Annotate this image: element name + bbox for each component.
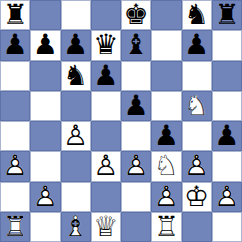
- white-pawn[interactable]: ♟♙: [61, 121, 91, 151]
- white-king[interactable]: ♚♔: [182, 182, 212, 212]
- white-queen[interactable]: ♛♕: [91, 212, 121, 242]
- black-pawn-glyph: ♟: [121, 91, 151, 121]
- square-f8[interactable]: [151, 0, 181, 30]
- black-pawn[interactable]: ♟: [61, 30, 91, 60]
- square-e3[interactable]: ♟♙: [121, 151, 151, 181]
- square-g1[interactable]: [182, 212, 212, 242]
- white-pawn[interactable]: ♟♙: [121, 151, 151, 181]
- white-rook-outline-layer: ♖: [0, 212, 30, 242]
- white-pawn-outline-layer: ♙: [121, 151, 151, 181]
- square-g3[interactable]: ♟♙: [182, 151, 212, 181]
- white-knight[interactable]: ♞♘: [182, 91, 212, 121]
- black-pawn-glyph: ♟: [151, 121, 181, 151]
- white-pawn[interactable]: ♟♙: [30, 182, 60, 212]
- white-knight-outline-layer: ♘: [182, 91, 212, 121]
- square-g4[interactable]: [182, 121, 212, 151]
- square-f6[interactable]: [151, 61, 181, 91]
- square-e2[interactable]: [121, 182, 151, 212]
- white-pawn[interactable]: ♟♙: [182, 151, 212, 181]
- square-h1[interactable]: [212, 212, 242, 242]
- white-pawn[interactable]: ♟♙: [91, 151, 121, 181]
- square-h5[interactable]: [212, 91, 242, 121]
- square-e5[interactable]: ♟: [121, 91, 151, 121]
- square-f2[interactable]: ♟♙: [151, 182, 181, 212]
- square-f1[interactable]: ♜♖: [151, 212, 181, 242]
- square-b6[interactable]: [30, 61, 60, 91]
- square-d7[interactable]: ♛: [91, 30, 121, 60]
- black-pawn[interactable]: ♟: [151, 121, 181, 151]
- black-rook[interactable]: ♜: [0, 0, 30, 30]
- black-pawn[interactable]: ♟: [91, 61, 121, 91]
- white-pawn-outline-layer: ♙: [212, 182, 242, 212]
- square-b4[interactable]: [30, 121, 60, 151]
- square-c1[interactable]: ♝♗: [61, 212, 91, 242]
- square-a2[interactable]: [0, 182, 30, 212]
- white-pawn-outline-layer: ♙: [91, 151, 121, 181]
- square-a1[interactable]: ♜♖: [0, 212, 30, 242]
- black-knight-glyph: ♞: [182, 0, 212, 30]
- black-knight-glyph: ♞: [61, 61, 91, 91]
- white-knight[interactable]: ♞♘: [151, 151, 181, 181]
- square-g7[interactable]: ♟: [182, 30, 212, 60]
- square-e4[interactable]: [121, 121, 151, 151]
- white-pawn-outline-layer: ♙: [182, 151, 212, 181]
- square-c7[interactable]: ♟: [61, 30, 91, 60]
- square-g8[interactable]: ♞: [182, 0, 212, 30]
- square-a3[interactable]: ♟♙: [0, 151, 30, 181]
- square-h8[interactable]: ♜: [212, 0, 242, 30]
- black-pawn-glyph: ♟: [182, 30, 212, 60]
- white-rook[interactable]: ♜♖: [151, 212, 181, 242]
- black-queen-glyph: ♛: [91, 30, 121, 60]
- square-h2[interactable]: ♟♙: [212, 182, 242, 212]
- white-pawn-outline-layer: ♙: [0, 151, 30, 181]
- chess-board: ♜♚♞♜♟♟♟♛♝♟♞♟♟♞♘♟♙♟♟♟♙♟♙♟♙♞♘♟♙♟♙♟♙♚♔♟♙♜♖♝…: [0, 0, 242, 242]
- white-pawn-outline-layer: ♙: [61, 121, 91, 151]
- black-pawn-glyph: ♟: [212, 121, 242, 151]
- black-bishop[interactable]: ♝: [121, 30, 151, 60]
- black-pawn[interactable]: ♟: [121, 91, 151, 121]
- square-e7[interactable]: ♝: [121, 30, 151, 60]
- black-pawn-glyph: ♟: [0, 30, 30, 60]
- black-pawn[interactable]: ♟: [30, 30, 60, 60]
- square-d5[interactable]: [91, 91, 121, 121]
- black-knight[interactable]: ♞: [182, 0, 212, 30]
- square-d2[interactable]: [91, 182, 121, 212]
- black-knight[interactable]: ♞: [61, 61, 91, 91]
- square-c3[interactable]: [61, 151, 91, 181]
- white-pawn[interactable]: ♟♙: [212, 182, 242, 212]
- square-a7[interactable]: ♟: [0, 30, 30, 60]
- square-d3[interactable]: ♟♙: [91, 151, 121, 181]
- square-e1[interactable]: [121, 212, 151, 242]
- square-c8[interactable]: [61, 0, 91, 30]
- square-d8[interactable]: [91, 0, 121, 30]
- square-c2[interactable]: [61, 182, 91, 212]
- square-b8[interactable]: [30, 0, 60, 30]
- black-pawn[interactable]: ♟: [0, 30, 30, 60]
- square-a8[interactable]: ♜: [0, 0, 30, 30]
- square-b5[interactable]: [30, 91, 60, 121]
- black-king[interactable]: ♚: [121, 0, 151, 30]
- square-c5[interactable]: [61, 91, 91, 121]
- black-pawn[interactable]: ♟: [182, 30, 212, 60]
- black-pawn-glyph: ♟: [91, 61, 121, 91]
- white-pawn-outline-layer: ♙: [151, 182, 181, 212]
- square-d1[interactable]: ♛♕: [91, 212, 121, 242]
- white-pawn[interactable]: ♟♙: [151, 182, 181, 212]
- square-c4[interactable]: ♟♙: [61, 121, 91, 151]
- square-b3[interactable]: [30, 151, 60, 181]
- square-g6[interactable]: [182, 61, 212, 91]
- square-a4[interactable]: [0, 121, 30, 151]
- square-b1[interactable]: [30, 212, 60, 242]
- white-rook[interactable]: ♜♖: [0, 212, 30, 242]
- white-bishop[interactable]: ♝♗: [61, 212, 91, 242]
- black-rook-glyph: ♜: [0, 0, 30, 30]
- square-h4[interactable]: ♟: [212, 121, 242, 151]
- black-pawn[interactable]: ♟: [212, 121, 242, 151]
- square-e6[interactable]: [121, 61, 151, 91]
- white-pawn-outline-layer: ♙: [30, 182, 60, 212]
- black-queen[interactable]: ♛: [91, 30, 121, 60]
- square-b2[interactable]: ♟♙: [30, 182, 60, 212]
- square-f3[interactable]: ♞♘: [151, 151, 181, 181]
- square-f5[interactable]: [151, 91, 181, 121]
- square-g2[interactable]: ♚♔: [182, 182, 212, 212]
- square-h6[interactable]: [212, 61, 242, 91]
- square-h3[interactable]: [212, 151, 242, 181]
- white-pawn[interactable]: ♟♙: [0, 151, 30, 181]
- square-e8[interactable]: ♚: [121, 0, 151, 30]
- black-pawn-glyph: ♟: [30, 30, 60, 60]
- black-rook-glyph: ♜: [212, 0, 242, 30]
- square-d4[interactable]: [91, 121, 121, 151]
- white-rook-outline-layer: ♖: [151, 212, 181, 242]
- white-bishop-outline-layer: ♗: [61, 212, 91, 242]
- white-king-outline-layer: ♔: [182, 182, 212, 212]
- square-b7[interactable]: ♟: [30, 30, 60, 60]
- square-d6[interactable]: ♟: [91, 61, 121, 91]
- square-g5[interactable]: ♞♘: [182, 91, 212, 121]
- square-c6[interactable]: ♞: [61, 61, 91, 91]
- square-a5[interactable]: [0, 91, 30, 121]
- white-queen-outline-layer: ♕: [91, 212, 121, 242]
- black-bishop-glyph: ♝: [121, 30, 151, 60]
- black-king-glyph: ♚: [121, 0, 151, 30]
- black-pawn-glyph: ♟: [61, 30, 91, 60]
- square-f4[interactable]: ♟: [151, 121, 181, 151]
- white-knight-outline-layer: ♘: [151, 151, 181, 181]
- square-a6[interactable]: [0, 61, 30, 91]
- square-h7[interactable]: [212, 30, 242, 60]
- square-f7[interactable]: [151, 30, 181, 60]
- black-rook[interactable]: ♜: [212, 0, 242, 30]
